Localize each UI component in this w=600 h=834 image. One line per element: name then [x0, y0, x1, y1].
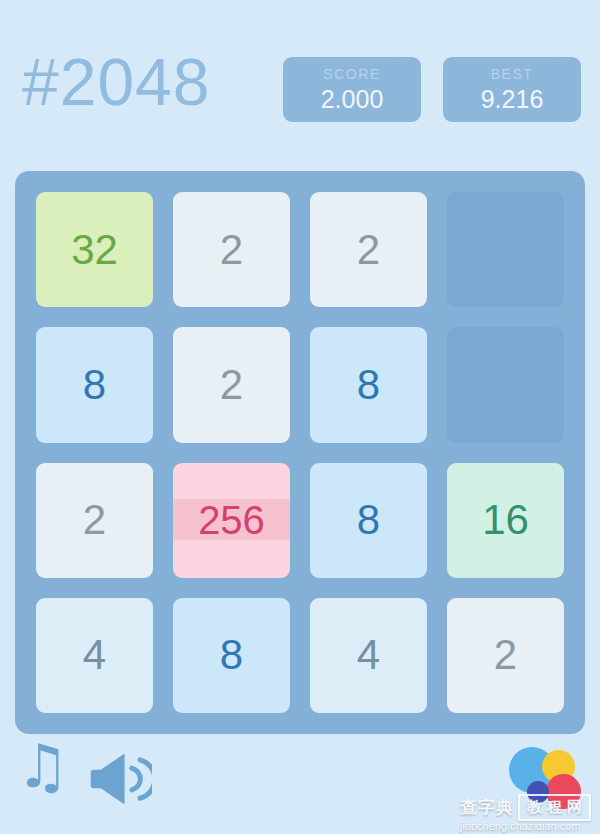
watermark-url: jiaocheng.chazidian.com [460, 820, 580, 832]
tile-8: 8 [36, 327, 153, 442]
music-note-icon[interactable]: ♫ [16, 736, 70, 796]
speaker-icon[interactable] [88, 750, 152, 808]
game-board[interactable]: 322282822568164842 [15, 171, 585, 734]
watermark-badge: 教程网 [518, 794, 591, 821]
tile-8: 8 [310, 327, 427, 442]
tile-16: 16 [447, 463, 564, 578]
tile-2: 2 [310, 192, 427, 307]
watermark: 查字典 教程网 jiaocheng.chazidian.com [458, 734, 600, 834]
tile-2: 2 [36, 463, 153, 578]
tile-256: 256 [173, 463, 290, 578]
tile-2: 2 [173, 192, 290, 307]
score-box: SCORE 2.000 [283, 57, 421, 122]
tile-2: 2 [173, 327, 290, 442]
page: { "game": "2048", "position": "32,2,2,-/… [0, 0, 600, 834]
empty-cell [447, 327, 564, 442]
best-box: BEST 9.216 [443, 57, 581, 122]
best-value: 9.216 [481, 85, 544, 114]
score-value: 2.000 [321, 85, 384, 114]
score-label: SCORE [323, 66, 380, 82]
tile-8: 8 [173, 598, 290, 713]
tile-2: 2 [447, 598, 564, 713]
tile-8: 8 [310, 463, 427, 578]
best-label: BEST [491, 66, 534, 82]
tile-4: 4 [310, 598, 427, 713]
page-title: #2048 [22, 44, 211, 120]
tile-32: 32 [36, 192, 153, 307]
empty-cell [447, 192, 564, 307]
tile-4: 4 [36, 598, 153, 713]
watermark-site-name: 查字典 [460, 796, 514, 819]
